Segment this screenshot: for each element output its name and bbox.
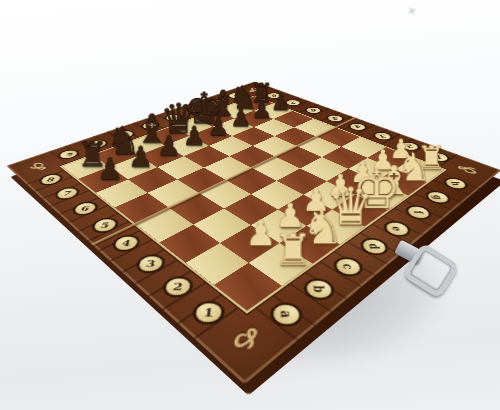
file-label-g: g (423, 191, 453, 204)
square-b1: ♜ (249, 244, 313, 286)
file-label-c: c (332, 257, 364, 276)
rank-label-1: 1 (425, 152, 451, 162)
rank-label-1: 1 (190, 301, 224, 325)
file-label-b: b (85, 139, 110, 148)
file-label-a: a (55, 149, 82, 159)
rank-label-6: 6 (69, 202, 100, 216)
rank-label-2: 2 (160, 276, 194, 297)
rank-label-8: 8 (266, 93, 282, 99)
square-h3 (341, 137, 385, 158)
file-label-e: e (381, 221, 412, 237)
rank-label-7: 7 (284, 100, 301, 106)
file-label-h: h (227, 93, 243, 99)
rank-label-3: 3 (371, 132, 394, 140)
rank-label-6: 6 (304, 107, 322, 114)
file-label-d: d (358, 238, 390, 255)
product-photo-scene: ✕ ℘ ℘ ℘ ℘ abcdefgh abcdefgh 87654321 876… (0, 0, 500, 410)
file-label-d: d (139, 122, 160, 130)
rank-label-2: 2 (397, 142, 421, 151)
file-label-h: h (440, 178, 470, 190)
file-label-f: f (186, 106, 205, 113)
file-label-b: b (303, 278, 336, 299)
file-label-e: e (163, 114, 183, 121)
rank-label-4: 4 (109, 235, 142, 252)
rank-label-5: 5 (325, 115, 345, 122)
rank-label-3: 3 (133, 255, 166, 274)
rank-label-4: 4 (347, 123, 368, 131)
smudge-mark: ✕ (406, 4, 418, 19)
corner-ornament: ℘ (446, 160, 500, 181)
rank-label-5: 5 (88, 218, 120, 233)
file-label-a: a (270, 302, 303, 326)
file-label-c: c (113, 130, 136, 138)
file-label-f: f (403, 205, 434, 219)
file-label-g: g (207, 99, 225, 105)
square-a2 (185, 243, 248, 285)
rank-label-8: 8 (35, 174, 65, 186)
rank-label-7: 7 (51, 187, 81, 200)
